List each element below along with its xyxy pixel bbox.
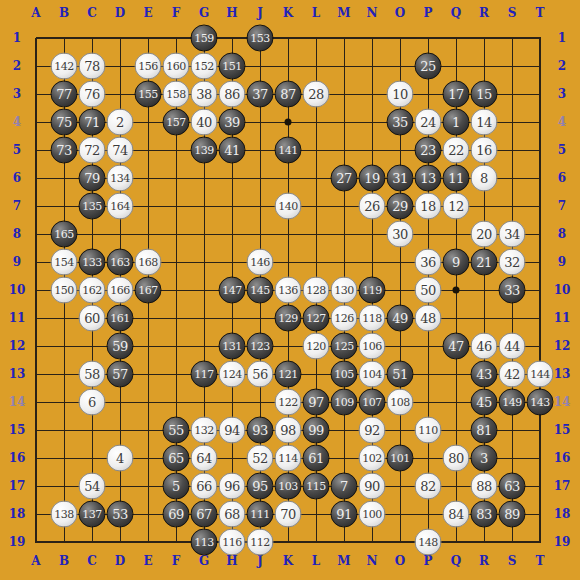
stone-O3[interactable]: 10 [387, 81, 414, 108]
move-number: 90 [364, 479, 380, 494]
top-col-label-H: H [226, 7, 237, 19]
stone-B2[interactable]: 142 [51, 53, 78, 80]
move-number: 14 [476, 115, 492, 130]
right-row-label-2: 2 [558, 60, 566, 72]
bottom-col-label-E: E [143, 555, 152, 567]
move-number: 73 [56, 143, 72, 158]
stone-S18[interactable]: 89 [499, 501, 526, 528]
stone-N12[interactable]: 106 [359, 333, 386, 360]
stone-D7[interactable]: 164 [107, 193, 134, 220]
move-number: 155 [138, 88, 158, 101]
stone-T13[interactable]: 144 [527, 361, 554, 388]
stone-Q12[interactable]: 47 [443, 333, 470, 360]
stone-D9[interactable]: 163 [107, 249, 134, 276]
bottom-col-label-S: S [508, 555, 517, 567]
right-row-label-5: 5 [558, 144, 566, 156]
move-number: 20 [476, 227, 492, 242]
stone-L14[interactable]: 97 [303, 389, 330, 416]
move-number: 145 [250, 284, 270, 297]
stone-N13[interactable]: 104 [359, 361, 386, 388]
bottom-col-label-J: J [257, 555, 263, 567]
move-number: 60 [84, 311, 100, 326]
stone-C7[interactable]: 135 [79, 193, 106, 220]
right-row-label-18: 18 [554, 508, 571, 520]
right-row-label-1: 1 [558, 32, 566, 44]
move-number: 66 [196, 479, 212, 494]
stone-R4[interactable]: 14 [471, 109, 498, 136]
move-number: 96 [224, 479, 240, 494]
top-col-label-J: J [257, 7, 263, 19]
move-number: 133 [82, 256, 102, 269]
stone-S12[interactable]: 44 [499, 333, 526, 360]
move-number: 97 [308, 395, 324, 410]
left-row-label-4: 4 [13, 116, 21, 128]
stone-D18[interactable]: 53 [107, 501, 134, 528]
stone-J9[interactable]: 146 [247, 249, 274, 276]
move-number: 3 [480, 451, 488, 466]
stone-M13[interactable]: 105 [331, 361, 358, 388]
right-row-label-6: 6 [558, 172, 566, 184]
left-row-label-8: 8 [13, 228, 21, 240]
move-number: 37 [252, 87, 268, 102]
stone-K10[interactable]: 136 [275, 277, 302, 304]
left-row-label-2: 2 [13, 60, 21, 72]
move-number: 89 [504, 507, 520, 522]
move-number: 122 [278, 396, 298, 409]
move-number: 153 [250, 32, 270, 45]
move-number: 70 [280, 507, 296, 522]
top-col-label-E: E [143, 7, 152, 19]
stone-B3[interactable]: 77 [51, 81, 78, 108]
grid-line-vertical [539, 38, 541, 543]
move-number: 72 [84, 143, 100, 158]
move-number: 77 [56, 87, 72, 102]
top-col-label-M: M [337, 7, 350, 19]
stone-P7[interactable]: 18 [415, 193, 442, 220]
stone-S9[interactable]: 32 [499, 249, 526, 276]
stone-E2[interactable]: 156 [135, 53, 162, 80]
move-number: 71 [84, 115, 100, 130]
stone-J3[interactable]: 37 [247, 81, 274, 108]
right-row-label-17: 17 [554, 480, 571, 492]
stone-J17[interactable]: 95 [247, 473, 274, 500]
move-number: 112 [250, 536, 270, 549]
move-number: 30 [392, 227, 408, 242]
stone-L3[interactable]: 28 [303, 81, 330, 108]
move-number: 108 [390, 396, 410, 409]
stone-L15[interactable]: 99 [303, 417, 330, 444]
move-number: 76 [84, 87, 100, 102]
move-number: 67 [196, 507, 212, 522]
stone-R15[interactable]: 81 [471, 417, 498, 444]
move-number: 56 [252, 367, 268, 382]
stone-O7[interactable]: 29 [387, 193, 414, 220]
bottom-col-label-L: L [312, 555, 320, 567]
stone-H10[interactable]: 147 [219, 277, 246, 304]
move-number: 127 [306, 312, 326, 325]
top-col-label-T: T [536, 7, 545, 19]
move-number: 31 [392, 171, 408, 186]
move-number: 33 [504, 283, 520, 298]
stone-O13[interactable]: 51 [387, 361, 414, 388]
stone-O14[interactable]: 108 [387, 389, 414, 416]
stone-K17[interactable]: 103 [275, 473, 302, 500]
stone-M17[interactable]: 7 [331, 473, 358, 500]
stone-P9[interactable]: 36 [415, 249, 442, 276]
stone-M6[interactable]: 27 [331, 165, 358, 192]
stone-L16[interactable]: 61 [303, 445, 330, 472]
move-number: 59 [112, 339, 128, 354]
stone-O11[interactable]: 49 [387, 305, 414, 332]
stone-H18[interactable]: 68 [219, 501, 246, 528]
move-number: 46 [476, 339, 492, 354]
stone-F18[interactable]: 69 [163, 501, 190, 528]
stone-H17[interactable]: 96 [219, 473, 246, 500]
stone-Q3[interactable]: 17 [443, 81, 470, 108]
move-number: 35 [392, 115, 408, 130]
stone-P15[interactable]: 110 [415, 417, 442, 444]
move-number: 109 [334, 396, 354, 409]
stone-D4[interactable]: 2 [107, 109, 134, 136]
stone-M11[interactable]: 126 [331, 305, 358, 332]
move-number: 101 [390, 452, 410, 465]
move-number: 146 [250, 256, 270, 269]
stone-Q16[interactable]: 80 [443, 445, 470, 472]
stone-N11[interactable]: 118 [359, 305, 386, 332]
stone-H4[interactable]: 39 [219, 109, 246, 136]
move-number: 138 [54, 508, 74, 521]
move-number: 132 [194, 424, 214, 437]
stone-J12[interactable]: 123 [247, 333, 274, 360]
stone-K5[interactable]: 141 [275, 137, 302, 164]
stone-B10[interactable]: 150 [51, 277, 78, 304]
stone-N17[interactable]: 90 [359, 473, 386, 500]
right-row-label-12: 12 [554, 340, 571, 352]
stone-M12[interactable]: 125 [331, 333, 358, 360]
stone-B5[interactable]: 73 [51, 137, 78, 164]
stone-K16[interactable]: 114 [275, 445, 302, 472]
stone-D5[interactable]: 74 [107, 137, 134, 164]
stone-Q4[interactable]: 1 [443, 109, 470, 136]
move-number: 27 [336, 171, 352, 186]
stone-M14[interactable]: 109 [331, 389, 358, 416]
stone-H5[interactable]: 41 [219, 137, 246, 164]
right-row-label-14: 14 [554, 396, 571, 408]
stone-G15[interactable]: 132 [191, 417, 218, 444]
right-row-label-16: 16 [554, 452, 571, 464]
stone-S8[interactable]: 34 [499, 221, 526, 248]
right-row-label-15: 15 [554, 424, 571, 436]
stone-K18[interactable]: 70 [275, 501, 302, 528]
move-number: 50 [420, 283, 436, 298]
stone-R6[interactable]: 8 [471, 165, 498, 192]
move-number: 131 [222, 340, 242, 353]
left-row-label-6: 6 [13, 172, 21, 184]
stone-G18[interactable]: 67 [191, 501, 218, 528]
left-row-label-16: 16 [9, 452, 26, 464]
stone-N14[interactable]: 107 [359, 389, 386, 416]
left-row-label-11: 11 [9, 312, 26, 324]
stone-H19[interactable]: 116 [219, 529, 246, 556]
stone-N15[interactable]: 92 [359, 417, 386, 444]
move-number: 16 [476, 143, 492, 158]
stone-R18[interactable]: 83 [471, 501, 498, 528]
stone-K13[interactable]: 121 [275, 361, 302, 388]
stone-J16[interactable]: 52 [247, 445, 274, 472]
stone-C14[interactable]: 6 [79, 389, 106, 416]
go-board[interactable]: AABBCCDDEEFFGGHHJJKKLLMMNNOOPPQQRRSSTT11… [0, 0, 580, 580]
stone-K11[interactable]: 129 [275, 305, 302, 332]
stone-P4[interactable]: 24 [415, 109, 442, 136]
move-number: 142 [54, 60, 74, 73]
move-number: 113 [194, 536, 214, 549]
bottom-col-label-C: C [87, 555, 97, 567]
move-number: 149 [502, 396, 522, 409]
move-number: 8 [480, 171, 488, 186]
move-number: 43 [476, 367, 492, 382]
move-number: 135 [82, 200, 102, 213]
stone-F17[interactable]: 5 [163, 473, 190, 500]
stone-J13[interactable]: 56 [247, 361, 274, 388]
stone-F16[interactable]: 65 [163, 445, 190, 472]
stone-J10[interactable]: 145 [247, 277, 274, 304]
stone-E9[interactable]: 168 [135, 249, 162, 276]
move-number: 157 [166, 116, 186, 129]
move-number: 69 [168, 507, 184, 522]
stone-Q9[interactable]: 9 [443, 249, 470, 276]
stone-B8[interactable]: 165 [51, 221, 78, 248]
stone-D10[interactable]: 166 [107, 277, 134, 304]
stone-C18[interactable]: 137 [79, 501, 106, 528]
move-number: 54 [84, 479, 100, 494]
bottom-col-label-K: K [283, 555, 293, 567]
left-row-label-9: 9 [13, 256, 21, 268]
move-number: 134 [110, 172, 130, 185]
move-number: 104 [362, 368, 382, 381]
bottom-col-label-A: A [31, 555, 40, 567]
move-number: 165 [54, 228, 74, 241]
top-col-label-S: S [508, 7, 517, 19]
move-number: 4 [116, 451, 124, 466]
stone-R13[interactable]: 43 [471, 361, 498, 388]
stone-R12[interactable]: 46 [471, 333, 498, 360]
stone-P6[interactable]: 13 [415, 165, 442, 192]
top-col-label-R: R [479, 7, 489, 19]
stone-F15[interactable]: 55 [163, 417, 190, 444]
stone-B4[interactable]: 75 [51, 109, 78, 136]
stone-M10[interactable]: 130 [331, 277, 358, 304]
right-row-label-10: 10 [554, 284, 571, 296]
move-number: 117 [194, 368, 214, 381]
move-number: 25 [420, 59, 436, 74]
stone-N16[interactable]: 102 [359, 445, 386, 472]
left-row-label-15: 15 [9, 424, 26, 436]
stone-C3[interactable]: 76 [79, 81, 106, 108]
stone-Q7[interactable]: 12 [443, 193, 470, 220]
move-number: 139 [194, 144, 214, 157]
move-number: 100 [362, 508, 382, 521]
move-number: 58 [84, 367, 100, 382]
stone-J18[interactable]: 111 [247, 501, 274, 528]
stone-C9[interactable]: 133 [79, 249, 106, 276]
stone-P11[interactable]: 48 [415, 305, 442, 332]
stone-K14[interactable]: 122 [275, 389, 302, 416]
stone-N10[interactable]: 119 [359, 277, 386, 304]
bottom-col-label-M: M [337, 555, 350, 567]
stone-F4[interactable]: 157 [163, 109, 190, 136]
move-number: 21 [476, 255, 492, 270]
stone-L11[interactable]: 127 [303, 305, 330, 332]
stone-G13[interactable]: 117 [191, 361, 218, 388]
stone-G16[interactable]: 64 [191, 445, 218, 472]
move-number: 82 [420, 479, 436, 494]
stone-Q5[interactable]: 22 [443, 137, 470, 164]
bottom-col-label-G: G [199, 555, 209, 567]
move-number: 53 [112, 507, 128, 522]
stone-K7[interactable]: 140 [275, 193, 302, 220]
stone-B9[interactable]: 154 [51, 249, 78, 276]
stone-C5[interactable]: 72 [79, 137, 106, 164]
move-number: 140 [278, 200, 298, 213]
stone-S14[interactable]: 149 [499, 389, 526, 416]
stone-C10[interactable]: 162 [79, 277, 106, 304]
stone-O4[interactable]: 35 [387, 109, 414, 136]
stone-P5[interactable]: 23 [415, 137, 442, 164]
move-number: 24 [420, 115, 436, 130]
move-number: 126 [334, 312, 354, 325]
stone-C11[interactable]: 60 [79, 305, 106, 332]
stone-R3[interactable]: 15 [471, 81, 498, 108]
stone-G19[interactable]: 113 [191, 529, 218, 556]
stone-T14[interactable]: 143 [527, 389, 554, 416]
move-number: 45 [476, 395, 492, 410]
stone-D6[interactable]: 134 [107, 165, 134, 192]
stone-G4[interactable]: 40 [191, 109, 218, 136]
move-number: 162 [82, 284, 102, 297]
move-number: 39 [224, 115, 240, 130]
stone-K15[interactable]: 98 [275, 417, 302, 444]
move-number: 63 [504, 479, 520, 494]
stone-G2[interactable]: 152 [191, 53, 218, 80]
move-number: 86 [224, 87, 240, 102]
stone-P17[interactable]: 82 [415, 473, 442, 500]
stone-H3[interactable]: 86 [219, 81, 246, 108]
stone-D16[interactable]: 4 [107, 445, 134, 472]
stone-G5[interactable]: 139 [191, 137, 218, 164]
left-row-label-5: 5 [13, 144, 21, 156]
stone-J19[interactable]: 112 [247, 529, 274, 556]
move-number: 136 [278, 284, 298, 297]
stone-R17[interactable]: 88 [471, 473, 498, 500]
stone-L10[interactable]: 128 [303, 277, 330, 304]
stone-C17[interactable]: 54 [79, 473, 106, 500]
move-number: 81 [476, 423, 492, 438]
stone-G17[interactable]: 66 [191, 473, 218, 500]
stone-O6[interactable]: 31 [387, 165, 414, 192]
top-col-label-K: K [283, 7, 293, 19]
move-number: 115 [306, 480, 326, 493]
stone-C2[interactable]: 78 [79, 53, 106, 80]
move-number: 92 [364, 423, 380, 438]
move-number: 44 [504, 339, 520, 354]
stone-B18[interactable]: 138 [51, 501, 78, 528]
stone-H12[interactable]: 131 [219, 333, 246, 360]
stone-F2[interactable]: 160 [163, 53, 190, 80]
stone-R16[interactable]: 3 [471, 445, 498, 472]
move-number: 161 [110, 312, 130, 325]
stone-N6[interactable]: 19 [359, 165, 386, 192]
move-number: 42 [504, 367, 520, 382]
stone-K3[interactable]: 87 [275, 81, 302, 108]
stone-L17[interactable]: 115 [303, 473, 330, 500]
stone-S10[interactable]: 33 [499, 277, 526, 304]
move-number: 29 [392, 199, 408, 214]
stone-D13[interactable]: 57 [107, 361, 134, 388]
right-row-label-4: 4 [558, 116, 566, 128]
stone-J1[interactable]: 153 [247, 25, 274, 52]
stone-M18[interactable]: 91 [331, 501, 358, 528]
stone-P2[interactable]: 25 [415, 53, 442, 80]
stone-P19[interactable]: 148 [415, 529, 442, 556]
left-row-label-13: 13 [9, 368, 26, 380]
stone-R5[interactable]: 16 [471, 137, 498, 164]
move-number: 114 [278, 452, 298, 465]
move-number: 137 [82, 508, 102, 521]
stone-N18[interactable]: 100 [359, 501, 386, 528]
stone-N7[interactable]: 26 [359, 193, 386, 220]
stone-H13[interactable]: 124 [219, 361, 246, 388]
move-number: 116 [222, 536, 242, 549]
stone-H2[interactable]: 151 [219, 53, 246, 80]
stone-O16[interactable]: 101 [387, 445, 414, 472]
stone-Q18[interactable]: 84 [443, 501, 470, 528]
move-number: 55 [168, 423, 184, 438]
stone-E3[interactable]: 155 [135, 81, 162, 108]
stone-L12[interactable]: 120 [303, 333, 330, 360]
move-number: 10 [392, 87, 408, 102]
stone-S17[interactable]: 63 [499, 473, 526, 500]
stone-R14[interactable]: 45 [471, 389, 498, 416]
stone-D11[interactable]: 161 [107, 305, 134, 332]
stone-H15[interactable]: 94 [219, 417, 246, 444]
stone-D12[interactable]: 59 [107, 333, 134, 360]
stone-R9[interactable]: 21 [471, 249, 498, 276]
move-number: 163 [110, 256, 130, 269]
stone-P10[interactable]: 50 [415, 277, 442, 304]
stone-E10[interactable]: 167 [135, 277, 162, 304]
move-number: 154 [54, 256, 74, 269]
top-col-label-N: N [367, 7, 378, 19]
stone-C6[interactable]: 79 [79, 165, 106, 192]
stone-J15[interactable]: 93 [247, 417, 274, 444]
stone-G3[interactable]: 38 [191, 81, 218, 108]
stone-C13[interactable]: 58 [79, 361, 106, 388]
left-row-label-14: 14 [9, 396, 26, 408]
stone-G1[interactable]: 159 [191, 25, 218, 52]
stone-C4[interactable]: 71 [79, 109, 106, 136]
stone-F3[interactable]: 158 [163, 81, 190, 108]
move-number: 74 [112, 143, 128, 158]
move-number: 123 [250, 340, 270, 353]
top-col-label-O: O [395, 7, 405, 19]
stone-Q6[interactable]: 11 [443, 165, 470, 192]
move-number: 91 [336, 507, 352, 522]
stone-S13[interactable]: 42 [499, 361, 526, 388]
stone-R8[interactable]: 20 [471, 221, 498, 248]
left-row-label-3: 3 [13, 88, 21, 100]
move-number: 103 [278, 480, 298, 493]
stone-O8[interactable]: 30 [387, 221, 414, 248]
